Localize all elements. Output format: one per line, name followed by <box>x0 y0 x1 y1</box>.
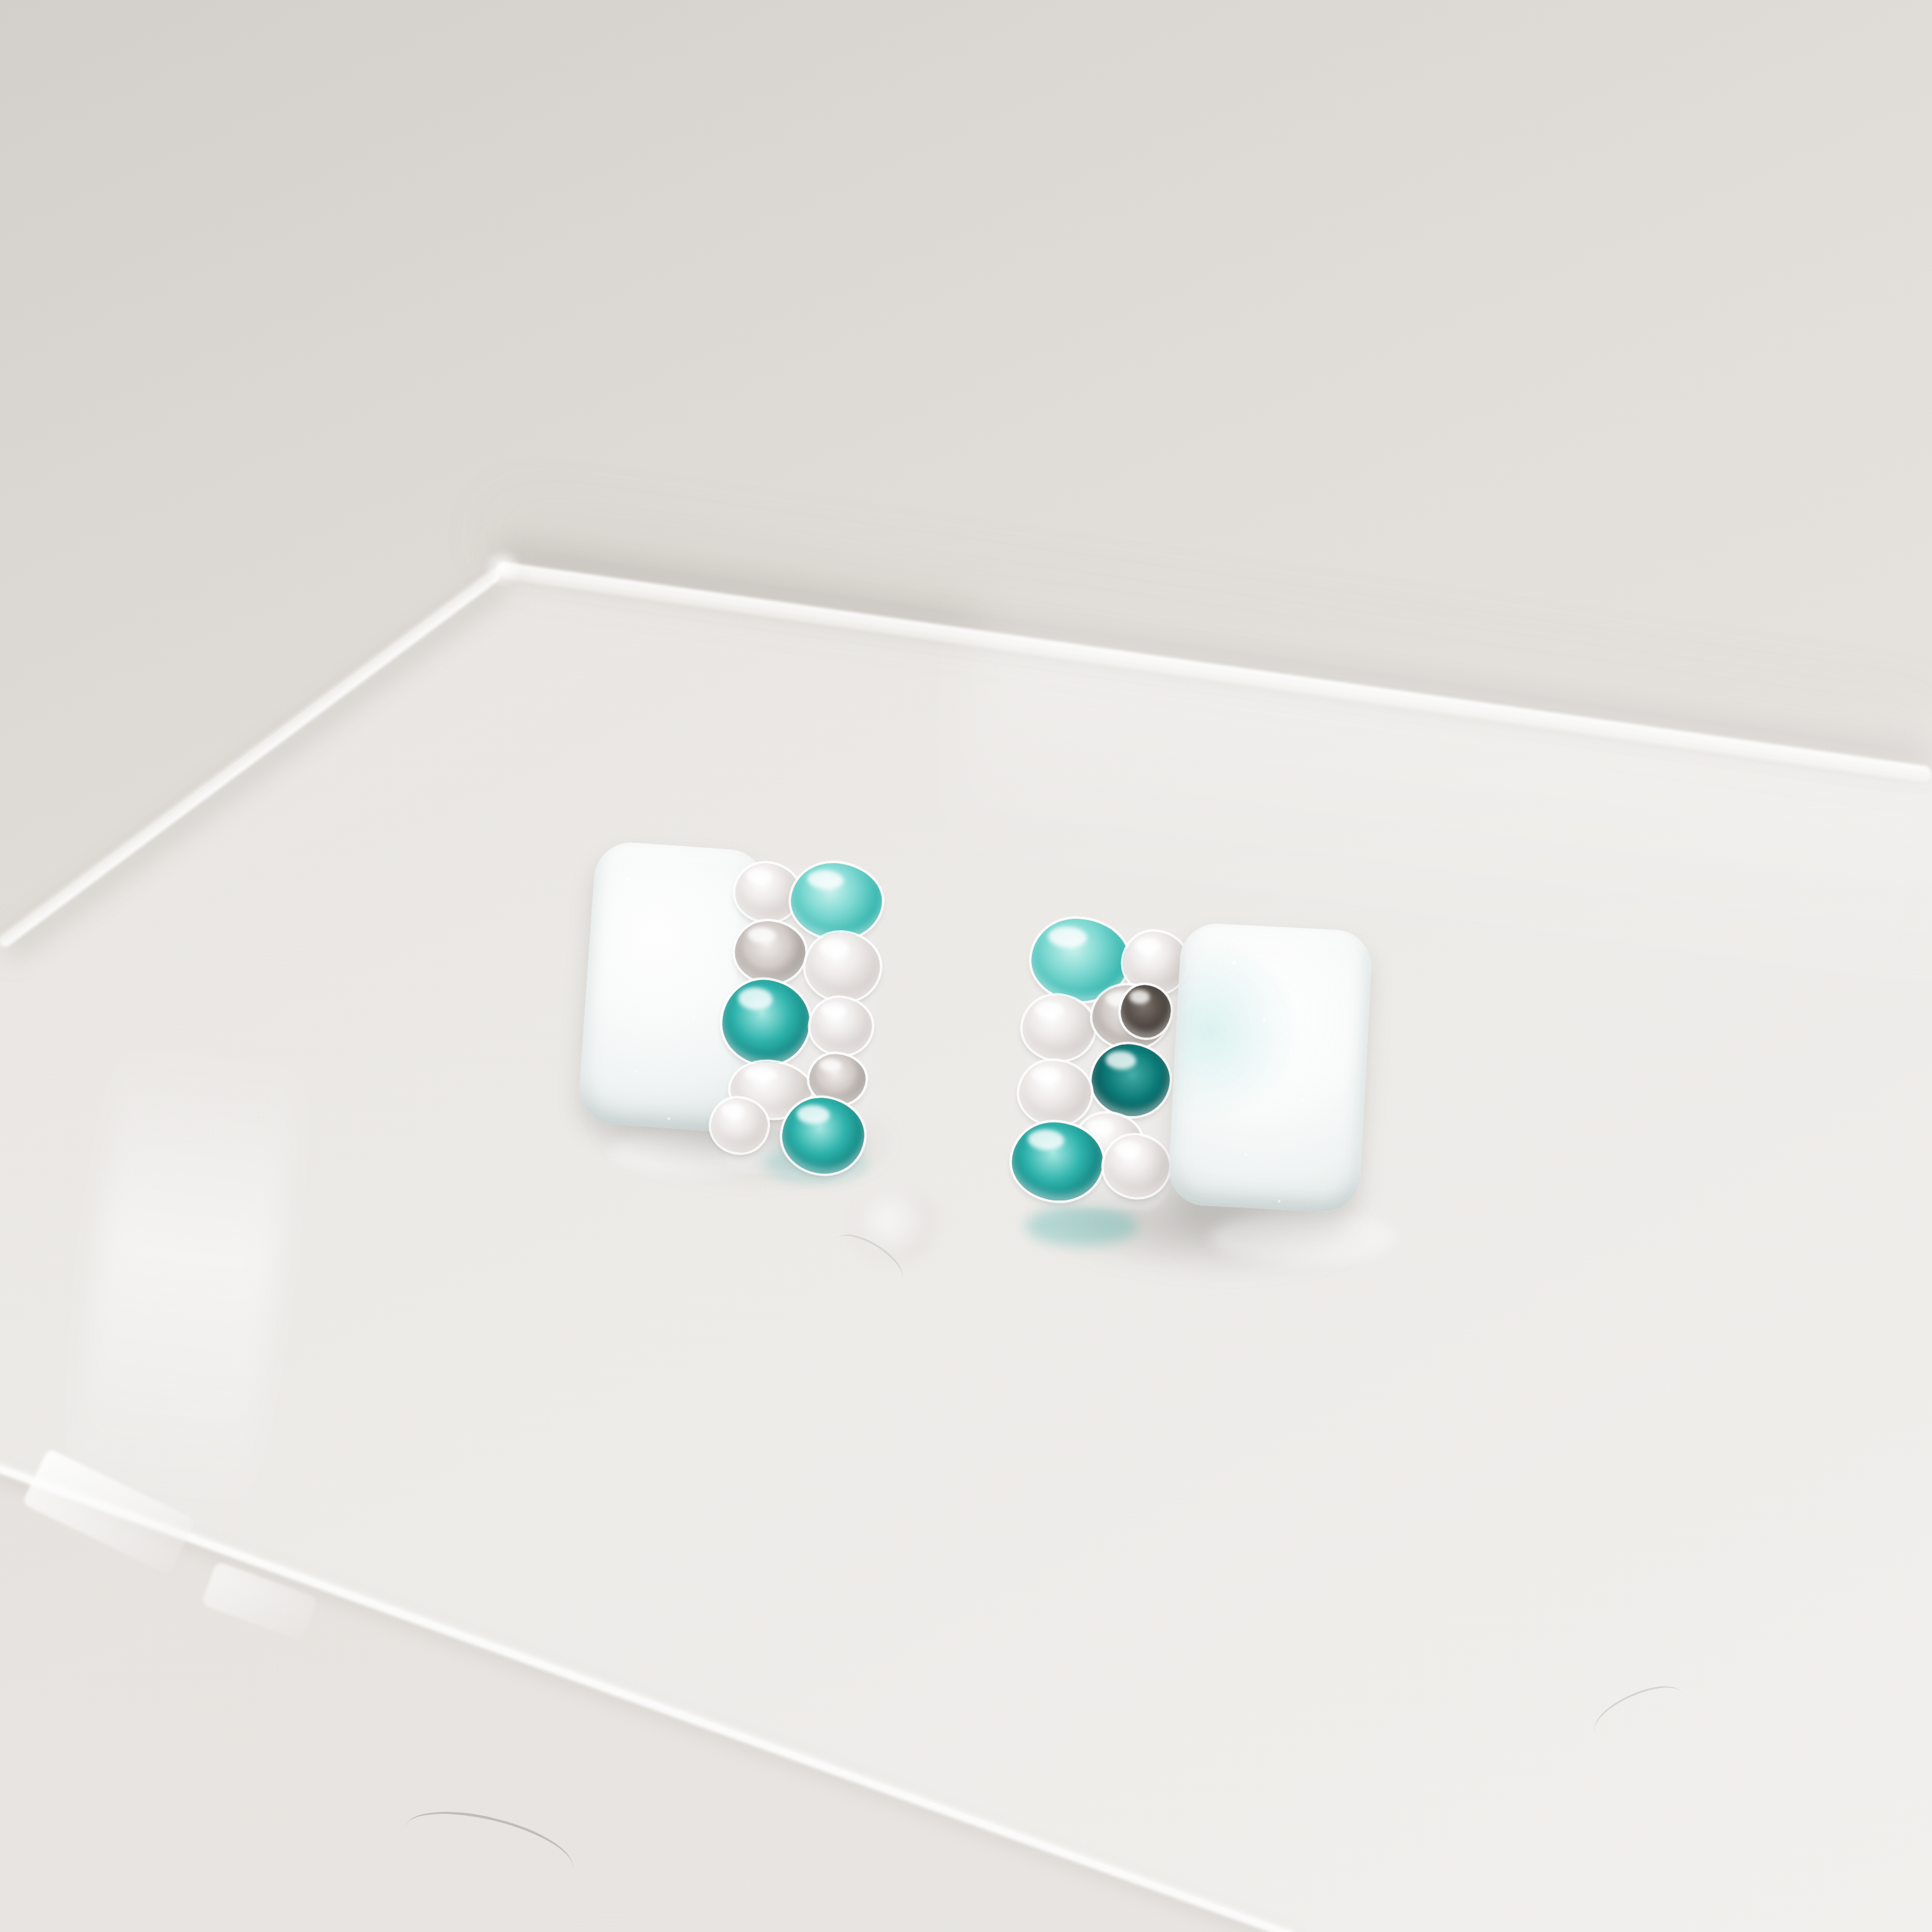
white-glass-tile <box>1167 922 1374 1214</box>
glass-pebble-teal-light <box>788 861 884 942</box>
left-earring <box>566 829 910 1209</box>
glass-pebble-clear <box>1021 994 1096 1062</box>
glass-pebble-clear <box>1018 1059 1092 1127</box>
glass-pebble-clear <box>804 930 882 1003</box>
glass-pebble-teal-dark <box>1090 1043 1172 1118</box>
glass-pebble-clear <box>733 861 801 923</box>
acrylic-corner-glint <box>480 551 525 585</box>
pebble-mosaic-strip <box>716 856 891 1189</box>
right-earring <box>1008 898 1381 1236</box>
glass-pebble-clear <box>809 996 874 1056</box>
glass-pebble-clear-dark <box>733 919 807 985</box>
scene <box>0 0 1932 1932</box>
glass-pebble-teal-deep <box>719 977 812 1067</box>
pebble-mosaic-strip <box>1013 916 1188 1218</box>
